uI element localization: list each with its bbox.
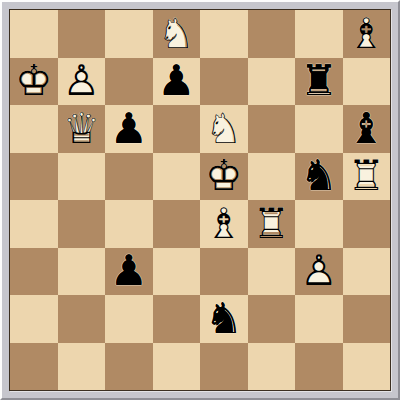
black-pawn-outline-glyph: ♟ bbox=[108, 108, 150, 150]
square-d3[interactable] bbox=[153, 248, 201, 296]
black-pawn: ♟♟ bbox=[155, 60, 197, 102]
square-e1[interactable] bbox=[200, 343, 248, 391]
black-knight: ♞♞ bbox=[203, 298, 245, 340]
square-a6[interactable] bbox=[10, 105, 58, 153]
white-pawn: ♟♙ bbox=[298, 250, 340, 292]
square-c7[interactable] bbox=[105, 58, 153, 106]
white-pawn-outline-glyph: ♙ bbox=[60, 60, 102, 102]
black-knight-outline-glyph: ♞ bbox=[203, 298, 245, 340]
square-h2[interactable] bbox=[343, 295, 391, 343]
black-pawn: ♟♟ bbox=[108, 108, 150, 150]
square-b2[interactable] bbox=[58, 295, 106, 343]
square-c2[interactable] bbox=[105, 295, 153, 343]
square-b6[interactable]: ♛♕ bbox=[58, 105, 106, 153]
square-f4[interactable]: ♜♖ bbox=[248, 200, 296, 248]
square-h6[interactable]: ♝♝ bbox=[343, 105, 391, 153]
square-a4[interactable] bbox=[10, 200, 58, 248]
square-e2[interactable]: ♞♞ bbox=[200, 295, 248, 343]
black-pawn-outline-glyph: ♟ bbox=[155, 60, 197, 102]
square-g1[interactable] bbox=[295, 343, 343, 391]
white-knight: ♞♘ bbox=[203, 108, 245, 150]
black-knight: ♞♞ bbox=[298, 155, 340, 197]
square-h7[interactable] bbox=[343, 58, 391, 106]
square-g3[interactable]: ♟♙ bbox=[295, 248, 343, 296]
white-rook: ♜♖ bbox=[250, 203, 292, 245]
square-h5[interactable]: ♜♖ bbox=[343, 153, 391, 201]
white-queen-outline-glyph: ♕ bbox=[60, 108, 102, 150]
square-c4[interactable] bbox=[105, 200, 153, 248]
white-rook: ♜♖ bbox=[345, 155, 387, 197]
square-f2[interactable] bbox=[248, 295, 296, 343]
square-d1[interactable] bbox=[153, 343, 201, 391]
square-f7[interactable] bbox=[248, 58, 296, 106]
square-d8[interactable]: ♞♘ bbox=[153, 10, 201, 58]
black-pawn: ♟♟ bbox=[108, 250, 150, 292]
square-b4[interactable] bbox=[58, 200, 106, 248]
square-d6[interactable] bbox=[153, 105, 201, 153]
square-b3[interactable] bbox=[58, 248, 106, 296]
board-frame: ♞♘♝♗♚♔♟♙♟♟♜♜♛♕♟♟♞♘♝♝♚♔♞♞♜♖♝♗♜♖♟♟♟♙♞♞ bbox=[0, 0, 400, 400]
square-d2[interactable] bbox=[153, 295, 201, 343]
square-c8[interactable] bbox=[105, 10, 153, 58]
white-queen: ♛♕ bbox=[60, 108, 102, 150]
white-pawn: ♟♙ bbox=[60, 60, 102, 102]
square-e4[interactable]: ♝♗ bbox=[200, 200, 248, 248]
square-a1[interactable] bbox=[10, 343, 58, 391]
square-f1[interactable] bbox=[248, 343, 296, 391]
square-e5[interactable]: ♚♔ bbox=[200, 153, 248, 201]
black-rook-outline-glyph: ♜ bbox=[298, 60, 340, 102]
square-a5[interactable] bbox=[10, 153, 58, 201]
square-g2[interactable] bbox=[295, 295, 343, 343]
white-king: ♚♔ bbox=[203, 155, 245, 197]
square-h1[interactable] bbox=[343, 343, 391, 391]
square-a2[interactable] bbox=[10, 295, 58, 343]
square-g5[interactable]: ♞♞ bbox=[295, 153, 343, 201]
square-a7[interactable]: ♚♔ bbox=[10, 58, 58, 106]
square-e3[interactable] bbox=[200, 248, 248, 296]
square-h8[interactable]: ♝♗ bbox=[343, 10, 391, 58]
square-c3[interactable]: ♟♟ bbox=[105, 248, 153, 296]
white-king: ♚♔ bbox=[13, 60, 55, 102]
square-g8[interactable] bbox=[295, 10, 343, 58]
black-bishop-outline-glyph: ♝ bbox=[345, 108, 387, 150]
white-bishop: ♝♗ bbox=[345, 13, 387, 55]
white-king-outline-glyph: ♔ bbox=[203, 155, 245, 197]
square-b5[interactable] bbox=[58, 153, 106, 201]
chess-board: ♞♘♝♗♚♔♟♙♟♟♜♜♛♕♟♟♞♘♝♝♚♔♞♞♜♖♝♗♜♖♟♟♟♙♞♞ bbox=[9, 9, 391, 391]
black-knight-outline-glyph: ♞ bbox=[298, 155, 340, 197]
square-h3[interactable] bbox=[343, 248, 391, 296]
white-rook-outline-glyph: ♖ bbox=[345, 155, 387, 197]
white-king-outline-glyph: ♔ bbox=[13, 60, 55, 102]
square-d4[interactable] bbox=[153, 200, 201, 248]
white-bishop-outline-glyph: ♗ bbox=[203, 203, 245, 245]
square-f6[interactable] bbox=[248, 105, 296, 153]
black-bishop: ♝♝ bbox=[345, 108, 387, 150]
square-e6[interactable]: ♞♘ bbox=[200, 105, 248, 153]
square-f8[interactable] bbox=[248, 10, 296, 58]
white-knight-outline-glyph: ♘ bbox=[155, 13, 197, 55]
black-pawn-outline-glyph: ♟ bbox=[108, 250, 150, 292]
white-knight: ♞♘ bbox=[155, 13, 197, 55]
square-g7[interactable]: ♜♜ bbox=[295, 58, 343, 106]
white-knight-outline-glyph: ♘ bbox=[203, 108, 245, 150]
white-rook-outline-glyph: ♖ bbox=[250, 203, 292, 245]
square-a3[interactable] bbox=[10, 248, 58, 296]
square-g6[interactable] bbox=[295, 105, 343, 153]
square-c5[interactable] bbox=[105, 153, 153, 201]
square-e8[interactable] bbox=[200, 10, 248, 58]
square-c6[interactable]: ♟♟ bbox=[105, 105, 153, 153]
square-b7[interactable]: ♟♙ bbox=[58, 58, 106, 106]
white-pawn-outline-glyph: ♙ bbox=[298, 250, 340, 292]
square-h4[interactable] bbox=[343, 200, 391, 248]
square-b1[interactable] bbox=[58, 343, 106, 391]
square-d7[interactable]: ♟♟ bbox=[153, 58, 201, 106]
white-bishop: ♝♗ bbox=[203, 203, 245, 245]
square-e7[interactable] bbox=[200, 58, 248, 106]
black-rook: ♜♜ bbox=[298, 60, 340, 102]
square-a8[interactable] bbox=[10, 10, 58, 58]
square-b8[interactable] bbox=[58, 10, 106, 58]
square-f3[interactable] bbox=[248, 248, 296, 296]
square-g4[interactable] bbox=[295, 200, 343, 248]
white-bishop-outline-glyph: ♗ bbox=[345, 13, 387, 55]
square-d5[interactable] bbox=[153, 153, 201, 201]
square-f5[interactable] bbox=[248, 153, 296, 201]
square-c1[interactable] bbox=[105, 343, 153, 391]
